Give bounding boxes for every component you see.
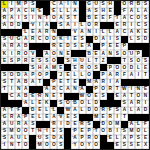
cell-r18c15[interactable]: 115D	[100, 121, 107, 128]
cell-r16c1[interactable]: 98A	[1, 107, 8, 114]
cell-r2c15[interactable]: H	[100, 8, 107, 15]
cell-r21c7[interactable]: O	[43, 142, 50, 149]
cell-r9c20[interactable]: O	[135, 57, 142, 64]
cell-r20c21[interactable]: E	[142, 135, 149, 142]
cell-r14c2[interactable]: 87C	[8, 93, 15, 100]
cell-r12c3[interactable]: A	[15, 79, 22, 86]
cell-r11c3[interactable]: 70D	[15, 71, 22, 78]
cell-r1c19[interactable]: 15R	[128, 1, 135, 8]
cell-r2c3[interactable]: A	[15, 8, 22, 15]
cell-r20c13[interactable]: R	[86, 135, 93, 142]
cell-r21c21[interactable]: X	[142, 142, 149, 149]
cell-r12c1[interactable]: 75S	[1, 79, 8, 86]
cell-r19c7[interactable]: 121I	[43, 128, 50, 135]
cell-r4c14[interactable]: R	[93, 22, 100, 29]
cell-r14c6[interactable]: 89R	[36, 93, 43, 100]
cell-r15c21[interactable]: I	[142, 100, 149, 107]
cell-r8c14[interactable]: 53E	[93, 50, 100, 57]
cell-r7c4[interactable]: B	[22, 43, 29, 50]
cell-r8c15[interactable]: A	[100, 50, 107, 57]
cell-r13c11[interactable]: N	[71, 86, 78, 93]
cell-r19c18[interactable]: 124S	[121, 128, 128, 135]
cell-r4c18[interactable]: R	[121, 22, 128, 29]
cell-r6c6[interactable]: C	[36, 36, 43, 43]
cell-r9c1[interactable]: 56E	[1, 57, 8, 64]
cell-r1c20[interactable]: 16B	[135, 1, 142, 8]
cell-r21c13[interactable]: Y	[86, 142, 93, 149]
cell-r6c4[interactable]: A	[22, 36, 29, 43]
cell-r17c18[interactable]: T	[121, 114, 128, 121]
cell-r21c17[interactable]: 132E	[114, 142, 121, 149]
cell-r15c4[interactable]: 93A	[22, 100, 29, 107]
cell-r10c20[interactable]: L	[135, 64, 142, 71]
cell-r16c14[interactable]: O	[93, 107, 100, 114]
cell-r12c2[interactable]: T	[8, 79, 15, 86]
cell-r7c12[interactable]: E	[79, 43, 86, 50]
cell-r16c6[interactable]: E	[36, 107, 43, 114]
cell-r2c4[interactable]: C	[22, 8, 29, 15]
cell-r20c2[interactable]: A	[8, 135, 15, 142]
cell-r16c20[interactable]: A	[135, 107, 142, 114]
cell-r11c12[interactable]: L	[79, 71, 86, 78]
cell-r10c6[interactable]: H	[36, 64, 43, 71]
cell-r21c8[interactable]: O	[50, 142, 57, 149]
cell-r5c6[interactable]: A	[36, 29, 43, 36]
cell-r8c20[interactable]: 55P	[135, 50, 142, 57]
cell-r3c6[interactable]: N	[36, 15, 43, 22]
cell-r16c16[interactable]: 105F	[107, 107, 114, 114]
cell-r11c13[interactable]: O	[86, 71, 93, 78]
cell-r20c6[interactable]: 126U	[36, 135, 43, 142]
cell-r20c14[interactable]: O	[93, 135, 100, 142]
cell-r15c9[interactable]: 94S	[57, 100, 64, 107]
cell-r8c1[interactable]: 49K	[1, 50, 8, 57]
cell-r15c6[interactable]: E	[36, 100, 43, 107]
cell-r5c19[interactable]: A	[128, 29, 135, 36]
cell-r7c15[interactable]: 47P	[100, 43, 107, 50]
cell-r12c15[interactable]: R	[100, 79, 107, 86]
cell-r13c14[interactable]: 82P	[93, 86, 100, 93]
cell-r1c2[interactable]: 2I	[8, 1, 15, 8]
cell-r11c17[interactable]: R	[114, 71, 121, 78]
cell-r11c19[interactable]: A	[128, 71, 135, 78]
cell-r4c11[interactable]: I	[71, 22, 78, 29]
cell-r17c11[interactable]: S	[71, 114, 78, 121]
cell-r6c21[interactable]: D	[142, 36, 149, 43]
cell-r5c16[interactable]: 36L	[107, 29, 114, 36]
cell-r2c10[interactable]: L	[64, 8, 71, 15]
cell-r17c3[interactable]: A	[15, 114, 22, 121]
cell-r18c5[interactable]: S	[29, 121, 36, 128]
cell-r11c7[interactable]: P	[43, 71, 50, 78]
cell-r4c1[interactable]: 27A	[1, 22, 8, 29]
cell-r13c4[interactable]: A	[22, 86, 29, 93]
cell-r17c15[interactable]: E	[100, 114, 107, 121]
cell-r20c20[interactable]: S	[135, 135, 142, 142]
cell-r19c21[interactable]: L	[142, 128, 149, 135]
cell-r6c14[interactable]: 42D	[93, 36, 100, 43]
cell-r7c18[interactable]: 48P	[121, 43, 128, 50]
cell-r4c12[interactable]: 30L	[79, 22, 86, 29]
cell-r9c4[interactable]: R	[22, 57, 29, 64]
cell-r13c17[interactable]: T	[114, 86, 121, 93]
cell-r20c8[interactable]: D	[50, 135, 57, 142]
cell-r2c2[interactable]: P	[8, 8, 15, 15]
cell-r18c20[interactable]: 117L	[135, 121, 142, 128]
cell-r18c9[interactable]: I	[57, 121, 64, 128]
cell-r6c5[interactable]: R	[29, 36, 36, 43]
cell-r18c19[interactable]: 116A	[128, 121, 135, 128]
cell-r9c12[interactable]: 60U	[79, 57, 86, 64]
cell-r21c1[interactable]: 129I	[1, 142, 8, 149]
cell-r2c20[interactable]: L	[135, 8, 142, 15]
cell-r16c8[interactable]: 102L	[50, 107, 57, 114]
cell-r16c19[interactable]: L	[128, 107, 135, 114]
cell-r3c19[interactable]: C	[128, 15, 135, 22]
cell-r18c21[interactable]: 118F	[142, 121, 149, 128]
cell-r1c9[interactable]: 7A	[57, 1, 64, 8]
cell-r18c12[interactable]: 113R	[79, 121, 86, 128]
cell-r4c2[interactable]: D	[8, 22, 15, 29]
cell-r2c18[interactable]: 22F	[121, 8, 128, 15]
cell-r6c10[interactable]: 41I	[64, 36, 71, 43]
cell-r9c11[interactable]: 59H	[71, 57, 78, 64]
cell-r21c2[interactable]: N	[8, 142, 15, 149]
cell-r8c18[interactable]: O	[121, 50, 128, 57]
cell-r19c5[interactable]: T	[29, 128, 36, 135]
cell-r14c18[interactable]: A	[121, 93, 128, 100]
cell-r21c9[interactable]: S	[57, 142, 64, 149]
cell-r7c9[interactable]: E	[57, 43, 64, 50]
cell-r12c4[interactable]: B	[22, 79, 29, 86]
cell-r21c4[interactable]: O	[22, 142, 29, 149]
cell-r14c15[interactable]: S	[100, 93, 107, 100]
cell-r20c4[interactable]: L	[22, 135, 29, 142]
cell-r6c1[interactable]: 37S	[1, 36, 8, 43]
cell-r4c20[interactable]: C	[135, 22, 142, 29]
cell-r5c14[interactable]: I	[93, 29, 100, 36]
cell-r17c4[interactable]: 108P	[22, 114, 29, 121]
cell-r17c2[interactable]: R	[8, 114, 15, 121]
cell-r9c18[interactable]: 61T	[121, 57, 128, 64]
cell-r9c7[interactable]: S	[43, 57, 50, 64]
cell-r11c20[interactable]: I	[135, 71, 142, 78]
cell-r4c3[interactable]: D	[15, 22, 22, 29]
cell-r16c12[interactable]: L	[79, 107, 86, 114]
cell-r9c14[interactable]: T	[93, 57, 100, 64]
cell-r15c10[interactable]: 95O	[64, 100, 71, 107]
cell-r14c5[interactable]: 88E	[29, 93, 36, 100]
cell-r6c8[interactable]: O	[50, 36, 57, 43]
cell-r4c6[interactable]: I	[36, 22, 43, 29]
cell-r6c3[interactable]: 39G	[15, 36, 22, 43]
cell-r5c18[interactable]: C	[121, 29, 128, 36]
cell-r21c14[interactable]: O	[93, 142, 100, 149]
cell-r8c13[interactable]: 52B	[86, 50, 93, 57]
cell-r12c14[interactable]: 78A	[93, 79, 100, 86]
cell-r6c9[interactable]: 40K	[57, 36, 64, 43]
cell-r14c3[interactable]: A	[15, 93, 22, 100]
cell-r2c9[interactable]: L	[57, 8, 64, 15]
cell-r18c17[interactable]: M	[114, 121, 121, 128]
cell-r9c6[interactable]: 57S	[36, 57, 43, 64]
cell-r18c13[interactable]: 114S	[86, 121, 93, 128]
cell-r17c17[interactable]: I	[114, 114, 121, 121]
cell-r18c10[interactable]: D	[64, 121, 71, 128]
cell-r11c1[interactable]: 68S	[1, 71, 8, 78]
cell-r21c6[interactable]: 130M	[36, 142, 43, 149]
cell-r4c7[interactable]: A	[43, 22, 50, 29]
cell-r4c13[interactable]: O	[86, 22, 93, 29]
cell-r10c12[interactable]: R	[79, 64, 86, 71]
cell-r13c18[interactable]: 83W	[121, 86, 128, 93]
cell-r16c13[interactable]: D	[86, 107, 93, 114]
cell-r16c17[interactable]: 106S	[114, 107, 121, 114]
cell-r18c1[interactable]: 111A	[1, 121, 8, 128]
cell-r16c15[interactable]: 104R	[100, 107, 107, 114]
cell-r14c20[interactable]: O	[135, 93, 142, 100]
cell-r19c1[interactable]: 119S	[1, 128, 8, 135]
cell-r3c16[interactable]: F	[107, 15, 114, 22]
cell-r17c5[interactable]: E	[29, 114, 36, 121]
cell-r9c2[interactable]: S	[8, 57, 15, 64]
cell-r5c4[interactable]: 32L	[22, 29, 29, 36]
cell-r14c8[interactable]: E	[50, 93, 57, 100]
cell-r10c9[interactable]: 64E	[57, 64, 64, 71]
cell-r2c13[interactable]: 21A	[86, 8, 93, 15]
cell-r5c21[interactable]: E	[142, 29, 149, 36]
cell-r14c4[interactable]: B	[22, 93, 29, 100]
cell-r14c7[interactable]: N	[43, 93, 50, 100]
cell-r1c13[interactable]: 10G	[86, 1, 93, 8]
cell-r11c2[interactable]: 69O	[8, 71, 15, 78]
cell-r5c11[interactable]: 34V	[71, 29, 78, 36]
cell-r14c19[interactable]: T	[128, 93, 135, 100]
cell-r15c7[interactable]: K	[43, 100, 50, 107]
cell-r15c12[interactable]: O	[79, 100, 86, 107]
cell-r3c5[interactable]: I	[29, 15, 36, 22]
cell-r6c2[interactable]: 38U	[8, 36, 15, 43]
cell-r3c21[interactable]: S	[142, 15, 149, 22]
cell-r19c16[interactable]: B	[107, 128, 114, 135]
cell-r16c3[interactable]: 100F	[15, 107, 22, 114]
cell-r4c17[interactable]: 31E	[114, 22, 121, 29]
cell-r18c16[interactable]: O	[107, 121, 114, 128]
cell-r11c5[interactable]: P	[29, 71, 36, 78]
cell-r11c18[interactable]: F	[121, 71, 128, 78]
cell-r9c21[interactable]: 62S	[142, 57, 149, 64]
cell-r1c16[interactable]: 13H	[107, 1, 114, 8]
cell-r3c13[interactable]: 25B	[86, 15, 93, 22]
cell-r3c2[interactable]: A	[8, 15, 15, 22]
cell-r15c5[interactable]: L	[29, 100, 36, 107]
cell-r3c14[interactable]: E	[93, 15, 100, 22]
cell-r1c3[interactable]: 3M	[15, 1, 22, 8]
cell-r3c9[interactable]: A	[57, 15, 64, 22]
cell-r15c18[interactable]: 97S	[121, 100, 128, 107]
cell-r12c6[interactable]: T	[36, 79, 43, 86]
cell-r2c6[interactable]: 19E	[36, 8, 43, 15]
cell-r17c16[interactable]: R	[107, 114, 114, 121]
cell-r21c12[interactable]: O	[79, 142, 86, 149]
cell-r4c10[interactable]: A	[64, 22, 71, 29]
cell-r6c16[interactable]: I	[107, 36, 114, 43]
cell-r20c3[interactable]: U	[15, 135, 22, 142]
cell-r17c8[interactable]: A	[50, 114, 57, 121]
cell-r3c18[interactable]: A	[121, 15, 128, 22]
cell-r20c7[interactable]: S	[43, 135, 50, 142]
cell-r6c20[interactable]: S	[135, 36, 142, 43]
cell-r13c1[interactable]: 79T	[1, 86, 8, 93]
cell-r13c21[interactable]: 86E	[142, 86, 149, 93]
cell-r7c16[interactable]: E	[107, 43, 114, 50]
cell-r9c3[interactable]: P	[15, 57, 22, 64]
cell-r9c13[interactable]: L	[86, 57, 93, 64]
cell-r9c15[interactable]: Z	[100, 57, 107, 64]
cell-r10c13[interactable]: O	[86, 64, 93, 71]
cell-r13c7[interactable]: 80A	[43, 86, 50, 93]
cell-r6c12[interactable]: S	[79, 36, 86, 43]
cell-r7c1[interactable]: 44A	[1, 43, 8, 50]
cell-r3c17[interactable]: 26T	[114, 15, 121, 22]
cell-r6c19[interactable]: 43L	[128, 36, 135, 43]
cell-r2c21[interactable]: A	[142, 8, 149, 15]
cell-r11c10[interactable]: 73E	[64, 71, 71, 78]
cell-r11c16[interactable]: A	[107, 71, 114, 78]
cell-r18c4[interactable]: A	[22, 121, 29, 128]
cell-r19c2[interactable]: M	[8, 128, 15, 135]
cell-r8c5[interactable]: 50V	[29, 50, 36, 57]
cell-r8c2[interactable]: I	[8, 50, 15, 57]
cell-r2c1[interactable]: 18A	[1, 8, 8, 15]
cell-r11c15[interactable]: 74P	[100, 71, 107, 78]
cell-r3c15[interactable]: E	[100, 15, 107, 22]
cell-r9c8[interactable]: O	[50, 57, 57, 64]
cell-r3c10[interactable]: S	[64, 15, 71, 22]
cell-r19c6[interactable]: 120H	[36, 128, 43, 135]
cell-r20c19[interactable]: P	[128, 135, 135, 142]
cell-r19c19[interactable]: M	[128, 128, 135, 135]
cell-r8c10[interactable]: E	[64, 50, 71, 57]
cell-r2c14[interactable]: S	[93, 8, 100, 15]
cell-r19c11[interactable]: 122P	[71, 128, 78, 135]
cell-r20c9[interactable]: A	[57, 135, 64, 142]
cell-r20c17[interactable]: L	[114, 135, 121, 142]
cell-r1c18[interactable]: 14O	[121, 1, 128, 8]
cell-r17c6[interactable]: L	[36, 114, 43, 121]
cell-r3c4[interactable]: S	[22, 15, 29, 22]
cell-r10c5[interactable]: 63S	[29, 64, 36, 71]
cell-r13c9[interactable]: C	[57, 86, 64, 93]
cell-r5c7[interactable]: R	[43, 29, 50, 36]
cell-r3c7[interactable]: 24T	[43, 15, 50, 22]
cell-r6c15[interactable]: A	[100, 36, 107, 43]
cell-r7c2[interactable]: R	[8, 43, 15, 50]
cell-r1c10[interactable]: 8I	[64, 1, 71, 8]
cell-r3c1[interactable]: 23R	[1, 15, 8, 22]
cell-r12c10[interactable]: T	[64, 79, 71, 86]
cell-r8c3[interactable]: R	[15, 50, 22, 57]
cell-r20c18[interactable]: A	[121, 135, 128, 142]
cell-r17c10[interactable]: E	[64, 114, 71, 121]
cell-r12c8[interactable]: 76P	[50, 79, 57, 86]
selected-cell[interactable]: 1L	[1, 1, 8, 8]
cell-r2c16[interactable]: E	[107, 8, 114, 15]
cell-r7c13[interactable]: 46A	[86, 43, 93, 50]
cell-r13c15[interactable]: O	[100, 86, 107, 93]
cell-r5c5[interactable]: E	[29, 29, 36, 36]
cell-r19c3[interactable]: O	[15, 128, 22, 135]
cell-r11c4[interactable]: 71A	[22, 71, 29, 78]
cell-r16c2[interactable]: 99T	[8, 107, 15, 114]
cell-r21c11[interactable]: 131Y	[71, 142, 78, 149]
cell-r10c11[interactable]: 65E	[71, 64, 78, 71]
cell-r8c4[interactable]: O	[22, 50, 29, 57]
cell-r6c7[interactable]: O	[43, 36, 50, 43]
cell-r10c19[interactable]: D	[128, 64, 135, 71]
cell-r5c17[interactable]: A	[114, 29, 121, 36]
cell-r19c8[interactable]: E	[50, 128, 57, 135]
cell-r15c20[interactable]: R	[135, 100, 142, 107]
cell-r18c8[interactable]: 112R	[50, 121, 57, 128]
cell-r17c7[interactable]: E	[43, 114, 50, 121]
cell-r10c8[interactable]: M	[50, 64, 57, 71]
cell-r15c13[interactable]: L	[86, 100, 93, 107]
cell-r16c11[interactable]: A	[71, 107, 78, 114]
cell-r11c21[interactable]: T	[142, 71, 149, 78]
cell-r4c5[interactable]: 28V	[29, 22, 36, 29]
cell-r12c13[interactable]: 77M	[86, 79, 93, 86]
cell-r14c21[interactable]: N	[142, 93, 149, 100]
cell-r7c3[interactable]: A	[15, 43, 22, 50]
cell-r18c2[interactable]: U	[8, 121, 15, 128]
cell-r12c9[interactable]: E	[57, 79, 64, 86]
cell-r20c1[interactable]: 125S	[1, 135, 8, 142]
cell-r9c5[interactable]: E	[29, 57, 36, 64]
cell-r7c8[interactable]: 45R	[50, 43, 57, 50]
cell-r12c5[interactable]: A	[29, 79, 36, 86]
cell-r10c18[interactable]: O	[121, 64, 128, 71]
cell-r8c16[interactable]: N	[107, 50, 114, 57]
cell-r10c14[interactable]: S	[93, 64, 100, 71]
cell-r8c7[interactable]: 51A	[43, 50, 50, 57]
cell-r5c12[interactable]: A	[79, 29, 86, 36]
cell-r2c19[interactable]: A	[128, 8, 135, 15]
cell-r13c20[interactable]: 85N	[135, 86, 142, 93]
cell-r11c6[interactable]: O	[36, 71, 43, 78]
cell-r19c14[interactable]: 123T	[93, 128, 100, 135]
cell-r13c2[interactable]: I	[8, 86, 15, 93]
cell-r3c11[interactable]: T	[71, 15, 78, 22]
cell-r13c3[interactable]: N	[15, 86, 22, 93]
cell-r7c10[interactable]: D	[64, 43, 71, 50]
cell-r6c11[interactable]: E	[71, 36, 78, 43]
cell-r14c14[interactable]: E	[93, 93, 100, 100]
cell-r15c11[interactable]: 96B	[71, 100, 78, 107]
cell-r16c5[interactable]: 101D	[29, 107, 36, 114]
cell-r12c17[interactable]: A	[114, 79, 121, 86]
cell-r4c9[interactable]: 29S	[57, 22, 64, 29]
cell-r2c11[interactable]: A	[71, 8, 78, 15]
cell-r16c18[interactable]: A	[121, 107, 128, 114]
cell-r1c21[interactable]: 17S	[142, 1, 149, 8]
cell-r1c14[interactable]: 11U	[93, 1, 100, 8]
cell-r5c8[interactable]: 33N	[50, 29, 57, 36]
cell-r13c8[interactable]: R	[50, 86, 57, 93]
cell-r8c8[interactable]: O	[50, 50, 57, 57]
cell-r18c3[interactable]: R	[15, 121, 22, 128]
cell-r13c19[interactable]: 84I	[128, 86, 135, 93]
